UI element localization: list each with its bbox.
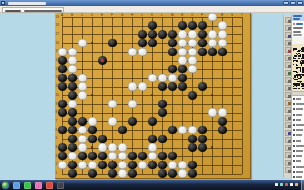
- stone-black: [168, 48, 177, 57]
- stone-black: [168, 152, 177, 161]
- stone-black: [68, 135, 77, 144]
- stone-white: [178, 30, 187, 39]
- move-text: [296, 176, 302, 178]
- stone-black: [68, 74, 77, 83]
- stone-black: [98, 152, 107, 161]
- move-list-item[interactable]: [293, 123, 304, 127]
- tool-icon: [288, 147, 291, 150]
- toolbar-button[interactable]: [285, 85, 291, 91]
- row-label: 5: [56, 137, 58, 140]
- stone-black: [98, 56, 107, 65]
- tool-icon: [288, 125, 291, 128]
- move-list-item[interactable]: [293, 144, 304, 148]
- stone-black: [138, 152, 147, 161]
- stone-white: [128, 48, 137, 57]
- stone-white: [68, 100, 77, 109]
- stone-black: [188, 161, 197, 170]
- tray-icon[interactable]: [285, 183, 288, 186]
- tool-icon: [288, 110, 291, 113]
- toolbar-button[interactable]: [285, 17, 291, 23]
- move-text: [296, 114, 302, 116]
- stone-black: [158, 161, 167, 170]
- stone-black: [198, 21, 207, 30]
- stone-black: [158, 152, 167, 161]
- show-desktop-button[interactable]: [301, 180, 304, 190]
- stone-black: [148, 135, 157, 144]
- toolbar-button[interactable]: [285, 160, 291, 166]
- stone-black: [98, 135, 107, 144]
- stone-white: [188, 39, 197, 48]
- stone-black: [68, 161, 77, 170]
- stone-white: [218, 39, 227, 48]
- stone-white: [138, 161, 147, 170]
- star-point: [211, 146, 213, 148]
- status-dot: [293, 23, 295, 25]
- stone-white: [108, 143, 117, 152]
- row-label: 9: [56, 103, 58, 106]
- stone-white: [118, 161, 127, 170]
- app-icon: [1, 1, 5, 5]
- stone-white: [208, 39, 217, 48]
- stone-black: [148, 21, 157, 30]
- stone-black: [168, 82, 177, 91]
- move-list-item[interactable]: [293, 149, 304, 153]
- stone-black: [218, 126, 227, 135]
- move-bullet: [293, 176, 295, 178]
- tool-icon: [288, 50, 291, 53]
- stone-black: [178, 82, 187, 91]
- move-list-item[interactable]: [293, 139, 304, 143]
- toolbar-button[interactable]: [285, 77, 291, 83]
- stone-black: [88, 126, 97, 135]
- stone-white: [118, 152, 127, 161]
- stone-black: [178, 65, 187, 74]
- stone-black: [198, 39, 207, 48]
- stone-black: [178, 74, 187, 83]
- tray-icon[interactable]: [280, 183, 283, 186]
- star-point: [91, 146, 93, 148]
- stone-black: [188, 91, 197, 100]
- stone-white: [218, 21, 227, 30]
- move-text: [296, 124, 304, 126]
- stone-black: [198, 48, 207, 57]
- toolbar-button[interactable]: [285, 167, 291, 173]
- stone-white: [168, 161, 177, 170]
- row-label: 19: [56, 16, 59, 19]
- move-text: [296, 119, 301, 121]
- tool-icon: [288, 65, 291, 68]
- toolbar-button[interactable]: [285, 152, 291, 158]
- stone-black: [128, 169, 137, 178]
- stone-white: [188, 65, 197, 74]
- tool-icon: [288, 117, 291, 120]
- panel-header: [292, 13, 304, 21]
- row-label: 7: [56, 120, 58, 123]
- grid-line: [62, 61, 242, 62]
- stone-white: [68, 152, 77, 161]
- move-list-item[interactable]: [293, 170, 304, 174]
- stone-black: [68, 117, 77, 126]
- stone-white: [138, 82, 147, 91]
- move-bullet: [293, 108, 295, 110]
- move-list-item[interactable]: [293, 113, 304, 117]
- maximize-icon[interactable]: [290, 1, 296, 5]
- stone-black: [128, 152, 137, 161]
- stone-white: [178, 39, 187, 48]
- stone-white: [68, 48, 77, 57]
- stone-black: [58, 56, 67, 65]
- stone-white: [188, 48, 197, 57]
- stone-black: [58, 82, 67, 91]
- move-bullet: [293, 119, 295, 121]
- stone-white: [68, 56, 77, 65]
- move-list-item[interactable]: [293, 175, 304, 179]
- row-label: 2: [56, 163, 58, 166]
- stone-white: [148, 152, 157, 161]
- tool-icon: [288, 42, 291, 45]
- row-label: 18: [56, 24, 59, 27]
- stone-black: [208, 48, 217, 57]
- grid-line: [242, 17, 243, 174]
- toolbar-button[interactable]: [285, 55, 291, 61]
- file-tab[interactable]: [2, 7, 64, 13]
- stone-black: [198, 135, 207, 144]
- move-list-item[interactable]: [293, 128, 304, 132]
- stone-black: [158, 108, 167, 117]
- stone-black: [98, 161, 107, 170]
- right-panel: [292, 13, 304, 180]
- stone-black: [168, 39, 177, 48]
- move-bullet: [293, 166, 295, 168]
- move-text: [296, 129, 303, 131]
- grid-line: [62, 87, 242, 88]
- stone-black: [58, 100, 67, 109]
- stone-black: [58, 126, 67, 135]
- stone-white: [178, 126, 187, 135]
- tool-icon: [288, 20, 291, 23]
- stone-white: [78, 161, 87, 170]
- stone-white: [118, 143, 127, 152]
- stone-black: [148, 117, 157, 126]
- stone-black: [158, 30, 167, 39]
- move-list-item[interactable]: [293, 97, 304, 101]
- stone-white: [178, 56, 187, 65]
- row-label: 6: [56, 129, 58, 132]
- stone-black: [78, 152, 87, 161]
- stone-black: [138, 30, 147, 39]
- tool-icon: [288, 102, 291, 105]
- move-text: [296, 103, 304, 105]
- move-list-item[interactable]: [293, 118, 304, 122]
- star-point: [91, 42, 93, 44]
- minimize-icon[interactable]: [283, 1, 289, 5]
- taskbar-app-icon[interactable]: [57, 182, 64, 189]
- tool-icon: [288, 27, 291, 30]
- stone-black: [198, 126, 207, 135]
- toolbar-button[interactable]: [285, 137, 291, 143]
- stone-black: [168, 169, 177, 178]
- stone-black: [68, 82, 77, 91]
- row-label: 17: [56, 33, 59, 36]
- stone-black: [108, 39, 117, 48]
- stone-white: [78, 74, 87, 83]
- stone-white: [98, 143, 107, 152]
- row-label: 3: [56, 155, 58, 158]
- desktop-screen: ABCDEFGHJKLMNOPQRST191817161514131211109…: [0, 0, 304, 190]
- tool-icon: [288, 140, 291, 143]
- stone-black: [58, 143, 67, 152]
- stone-black: [158, 82, 167, 91]
- move-bullet: [293, 150, 295, 152]
- tool-icon: [288, 170, 291, 173]
- move-text: [296, 140, 301, 142]
- toolbar-button[interactable]: [285, 70, 291, 76]
- toolbar-button[interactable]: [285, 25, 291, 31]
- stone-black: [148, 30, 157, 39]
- stone-black: [198, 30, 207, 39]
- taskbar-app-icon[interactable]: [24, 182, 31, 189]
- move-text: [296, 98, 301, 100]
- stone-black: [188, 169, 197, 178]
- stone-white: [188, 30, 197, 39]
- row-label: 8: [56, 111, 58, 114]
- stone-white: [78, 82, 87, 91]
- stone-black: [88, 135, 97, 144]
- stone-black: [168, 126, 177, 135]
- stone-white: [88, 117, 97, 126]
- move-bullet: [293, 98, 295, 100]
- tool-icon: [288, 57, 291, 60]
- stone-white: [158, 74, 167, 83]
- move-list[interactable]: [292, 96, 304, 180]
- move-list-item[interactable]: [293, 165, 304, 169]
- move-bullet: [293, 160, 295, 162]
- stone-white: [218, 108, 227, 117]
- stone-white: [128, 100, 137, 109]
- taskbar-app-icon[interactable]: [35, 182, 42, 189]
- stone-white: [168, 74, 177, 83]
- move-text: [296, 145, 304, 147]
- window-title: [8, 2, 46, 5]
- tool-icon: [288, 35, 291, 38]
- tool-icon: [288, 72, 291, 75]
- stone-black: [188, 143, 197, 152]
- stone-white: [148, 74, 157, 83]
- toolbar-button[interactable]: [285, 100, 291, 106]
- grid-line: [62, 104, 242, 105]
- stone-white: [118, 169, 127, 178]
- move-text: [296, 150, 303, 152]
- stone-black: [88, 169, 97, 178]
- toolbar-button[interactable]: [285, 32, 291, 38]
- stone-black: [58, 152, 67, 161]
- stone-white: [208, 13, 217, 22]
- stone-white: [188, 56, 197, 65]
- stone-white: [178, 169, 187, 178]
- stone-white: [88, 161, 97, 170]
- stone-white: [108, 152, 117, 161]
- stone-white: [208, 108, 217, 117]
- stone-white: [78, 143, 87, 152]
- stone-black: [148, 39, 157, 48]
- tool-icon: [288, 87, 291, 90]
- start-button[interactable]: [2, 182, 9, 189]
- stone-black: [188, 135, 197, 144]
- stone-white: [178, 161, 187, 170]
- stone-black: [138, 39, 147, 48]
- tray-icon[interactable]: [290, 183, 293, 186]
- toolbar-button[interactable]: [285, 62, 291, 68]
- stone-black: [198, 143, 207, 152]
- move-list-item[interactable]: [293, 107, 304, 111]
- close-icon[interactable]: [297, 1, 303, 5]
- stone-white: [108, 117, 117, 126]
- taskbar: [0, 180, 304, 190]
- stone-black: [58, 74, 67, 83]
- move-text: [296, 155, 302, 157]
- stone-black: [128, 161, 137, 170]
- stone-white: [68, 65, 77, 74]
- move-bullet: [293, 145, 295, 147]
- stone-white: [178, 48, 187, 57]
- stone-white: [78, 91, 87, 100]
- move-list-item[interactable]: [293, 133, 304, 137]
- stone-white: [188, 126, 197, 135]
- stone-black: [148, 161, 157, 170]
- stone-white: [148, 143, 157, 152]
- move-bullet: [293, 155, 295, 157]
- move-text: [296, 134, 302, 136]
- move-list-item[interactable]: [293, 154, 304, 158]
- row-label: 10: [56, 94, 59, 97]
- stone-white: [208, 30, 217, 39]
- stone-black: [118, 126, 127, 135]
- stone-black: [128, 117, 137, 126]
- right-toolbar: [283, 15, 292, 178]
- stone-black: [158, 169, 167, 178]
- grid-line: [62, 69, 242, 70]
- stone-white: [128, 82, 137, 91]
- stone-black: [88, 152, 97, 161]
- tool-icon: [288, 132, 291, 135]
- stone-white: [78, 135, 87, 144]
- toolbar-button[interactable]: [285, 130, 291, 136]
- tray-icon[interactable]: [295, 183, 298, 186]
- toolbar-button[interactable]: [285, 47, 291, 53]
- stone-black: [158, 100, 167, 109]
- move-bullet: [293, 140, 295, 142]
- move-bullet: [293, 129, 295, 131]
- move-text: [296, 166, 304, 168]
- stone-black: [78, 117, 87, 126]
- stone-black: [218, 48, 227, 57]
- stone-black: [68, 126, 77, 135]
- qr-code: [292, 44, 304, 91]
- move-bullet: [293, 114, 295, 116]
- move-bullet: [293, 171, 295, 173]
- toolbar-button[interactable]: [285, 122, 291, 128]
- stone-white: [58, 161, 67, 170]
- row-label: 4: [56, 146, 58, 149]
- stone-white: [218, 30, 227, 39]
- stone-white: [78, 39, 87, 48]
- toolbar-button[interactable]: [285, 92, 291, 98]
- go-board[interactable]: ABCDEFGHJKLMNOPQRST191817161514131211109…: [55, 13, 251, 179]
- client-area: ABCDEFGHJKLMNOPQRST191817161514131211109…: [0, 13, 304, 180]
- last-move-marker: [101, 59, 104, 62]
- stone-black: [178, 21, 187, 30]
- move-bullet: [293, 124, 295, 126]
- move-list-item[interactable]: [293, 102, 304, 106]
- tool-icon: [288, 95, 291, 98]
- row-label: 16: [56, 42, 59, 45]
- stone-black: [68, 169, 77, 178]
- taskbar-app-icon[interactable]: [46, 182, 53, 189]
- stone-black: [68, 143, 77, 152]
- stone-black: [68, 91, 77, 100]
- stone-black: [188, 21, 197, 30]
- move-bullet: [293, 134, 295, 136]
- menu-bar: [0, 6, 304, 13]
- panel-info: [292, 21, 304, 37]
- move-text: [296, 160, 301, 162]
- stone-black: [168, 30, 177, 39]
- stone-white: [58, 48, 67, 57]
- move-text: [296, 171, 303, 173]
- toolbar-button[interactable]: [285, 115, 291, 121]
- stone-black: [158, 135, 167, 144]
- stone-black: [58, 108, 67, 117]
- tool-icon: [288, 80, 291, 83]
- row-label: 1: [56, 172, 58, 175]
- stone-black: [108, 161, 117, 170]
- stone-black: [198, 82, 207, 91]
- move-list-item[interactable]: [293, 159, 304, 163]
- stone-black: [108, 169, 117, 178]
- toolbar-button[interactable]: [285, 145, 291, 151]
- tool-icon: [288, 155, 291, 158]
- stone-black: [218, 117, 227, 126]
- stone-black: [58, 65, 67, 74]
- toolbar-button[interactable]: [285, 107, 291, 113]
- stone-white: [78, 126, 87, 135]
- stone-black: [168, 65, 177, 74]
- move-text: [296, 108, 303, 110]
- window-controls: [283, 1, 303, 5]
- stone-white: [138, 48, 147, 57]
- stone-black: [68, 108, 77, 117]
- tray-icon[interactable]: [275, 183, 278, 186]
- tool-icon: [288, 162, 291, 165]
- taskbar-app-icon[interactable]: [13, 182, 20, 189]
- toolbar-button[interactable]: [285, 40, 291, 46]
- move-bullet: [293, 103, 295, 105]
- stone-white: [108, 100, 117, 109]
